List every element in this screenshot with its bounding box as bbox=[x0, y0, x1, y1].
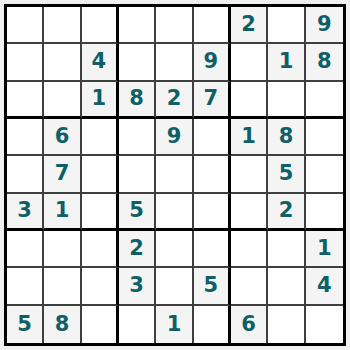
cell-r8c5[interactable] bbox=[156, 268, 193, 305]
cell-r8c3[interactable] bbox=[82, 268, 119, 305]
cell-r4c2[interactable]: 6 bbox=[44, 119, 81, 156]
cell-r5c8[interactable]: 5 bbox=[268, 156, 305, 193]
sudoku-board: 29491818276918753152213545816 bbox=[4, 4, 346, 346]
cell-r5c1[interactable] bbox=[7, 156, 44, 193]
cell-r8c6[interactable]: 5 bbox=[194, 268, 231, 305]
cell-r2c1[interactable] bbox=[7, 44, 44, 81]
cell-r3c5[interactable]: 2 bbox=[156, 82, 193, 119]
cell-r1c5[interactable] bbox=[156, 7, 193, 44]
cell-r3c2[interactable] bbox=[44, 82, 81, 119]
cell-r5c4[interactable] bbox=[119, 156, 156, 193]
cell-r6c3[interactable] bbox=[82, 194, 119, 231]
cell-r9c1[interactable]: 5 bbox=[7, 306, 44, 343]
cell-r1c3[interactable] bbox=[82, 7, 119, 44]
cell-r7c9[interactable]: 1 bbox=[306, 231, 343, 268]
cell-r6c2[interactable]: 1 bbox=[44, 194, 81, 231]
cell-r5c6[interactable] bbox=[194, 156, 231, 193]
cell-r6c1[interactable]: 3 bbox=[7, 194, 44, 231]
cell-r7c3[interactable] bbox=[82, 231, 119, 268]
cell-r3c3[interactable]: 1 bbox=[82, 82, 119, 119]
cell-r9c4[interactable] bbox=[119, 306, 156, 343]
cell-r4c3[interactable] bbox=[82, 119, 119, 156]
cell-r6c5[interactable] bbox=[156, 194, 193, 231]
cell-r3c8[interactable] bbox=[268, 82, 305, 119]
cell-r6c4[interactable]: 5 bbox=[119, 194, 156, 231]
cell-r5c2[interactable]: 7 bbox=[44, 156, 81, 193]
cell-r1c6[interactable] bbox=[194, 7, 231, 44]
cell-r7c8[interactable] bbox=[268, 231, 305, 268]
cell-r6c6[interactable] bbox=[194, 194, 231, 231]
cell-r8c2[interactable] bbox=[44, 268, 81, 305]
cell-r2c7[interactable] bbox=[231, 44, 268, 81]
cell-r4c6[interactable] bbox=[194, 119, 231, 156]
cell-r9c3[interactable] bbox=[82, 306, 119, 343]
cell-r5c3[interactable] bbox=[82, 156, 119, 193]
sudoku-page: 29491818276918753152213545816 bbox=[0, 0, 350, 350]
cell-r5c5[interactable] bbox=[156, 156, 193, 193]
cell-r7c7[interactable] bbox=[231, 231, 268, 268]
cell-r4c8[interactable]: 8 bbox=[268, 119, 305, 156]
cell-r1c9[interactable]: 9 bbox=[306, 7, 343, 44]
cell-r7c2[interactable] bbox=[44, 231, 81, 268]
cell-r1c8[interactable] bbox=[268, 7, 305, 44]
cell-r3c6[interactable]: 7 bbox=[194, 82, 231, 119]
cell-r2c9[interactable]: 8 bbox=[306, 44, 343, 81]
cell-r2c4[interactable] bbox=[119, 44, 156, 81]
cell-r7c5[interactable] bbox=[156, 231, 193, 268]
cell-r5c7[interactable] bbox=[231, 156, 268, 193]
cell-r4c5[interactable]: 9 bbox=[156, 119, 193, 156]
cell-r7c4[interactable]: 2 bbox=[119, 231, 156, 268]
cell-r9c9[interactable] bbox=[306, 306, 343, 343]
cell-r7c1[interactable] bbox=[7, 231, 44, 268]
cell-r3c9[interactable] bbox=[306, 82, 343, 119]
cell-r2c5[interactable] bbox=[156, 44, 193, 81]
cell-r6c9[interactable] bbox=[306, 194, 343, 231]
cell-r3c4[interactable]: 8 bbox=[119, 82, 156, 119]
cell-r1c1[interactable] bbox=[7, 7, 44, 44]
cell-r9c8[interactable] bbox=[268, 306, 305, 343]
cell-r8c9[interactable]: 4 bbox=[306, 268, 343, 305]
cell-r3c7[interactable] bbox=[231, 82, 268, 119]
cell-r4c9[interactable] bbox=[306, 119, 343, 156]
cell-r4c7[interactable]: 1 bbox=[231, 119, 268, 156]
cell-r1c7[interactable]: 2 bbox=[231, 7, 268, 44]
cell-r4c4[interactable] bbox=[119, 119, 156, 156]
cell-r8c1[interactable] bbox=[7, 268, 44, 305]
cell-r2c2[interactable] bbox=[44, 44, 81, 81]
cell-r8c4[interactable]: 3 bbox=[119, 268, 156, 305]
cell-r9c6[interactable] bbox=[194, 306, 231, 343]
cell-r7c6[interactable] bbox=[194, 231, 231, 268]
cell-r1c2[interactable] bbox=[44, 7, 81, 44]
cell-r2c3[interactable]: 4 bbox=[82, 44, 119, 81]
cell-r2c6[interactable]: 9 bbox=[194, 44, 231, 81]
cell-r8c7[interactable] bbox=[231, 268, 268, 305]
cell-r6c8[interactable]: 2 bbox=[268, 194, 305, 231]
cell-r2c8[interactable]: 1 bbox=[268, 44, 305, 81]
cell-r3c1[interactable] bbox=[7, 82, 44, 119]
cell-r5c9[interactable] bbox=[306, 156, 343, 193]
cell-r9c2[interactable]: 8 bbox=[44, 306, 81, 343]
cell-r9c7[interactable]: 6 bbox=[231, 306, 268, 343]
cell-r4c1[interactable] bbox=[7, 119, 44, 156]
cell-r6c7[interactable] bbox=[231, 194, 268, 231]
cell-r8c8[interactable] bbox=[268, 268, 305, 305]
cell-r1c4[interactable] bbox=[119, 7, 156, 44]
cell-r9c5[interactable]: 1 bbox=[156, 306, 193, 343]
